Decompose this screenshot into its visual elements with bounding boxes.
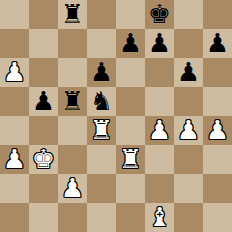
square-f7[interactable]: ♟: [145, 29, 174, 58]
piece-black-king-f8[interactable]: ♚: [148, 0, 171, 29]
square-d6[interactable]: ♟: [87, 58, 116, 87]
square-b1[interactable]: [29, 203, 58, 232]
chess-board: ♜♚♟♟♟♟♟♟♟♜♞♜♟♟♟♟♚♜♟♝: [0, 0, 232, 232]
square-h7[interactable]: ♟: [203, 29, 232, 58]
square-a6[interactable]: ♟: [0, 58, 29, 87]
piece-white-pawn-g4[interactable]: ♟: [177, 116, 200, 145]
piece-black-rook-c5[interactable]: ♜: [61, 87, 84, 116]
square-c1[interactable]: [58, 203, 87, 232]
square-b5[interactable]: ♟: [29, 87, 58, 116]
square-f1[interactable]: ♝: [145, 203, 174, 232]
square-g3[interactable]: [174, 145, 203, 174]
piece-white-king-b3[interactable]: ♚: [32, 145, 55, 174]
square-c2[interactable]: ♟: [58, 174, 87, 203]
square-b4[interactable]: [29, 116, 58, 145]
square-d5[interactable]: ♞: [87, 87, 116, 116]
square-g1[interactable]: [174, 203, 203, 232]
piece-black-pawn-b5[interactable]: ♟: [32, 87, 55, 116]
piece-white-rook-d4[interactable]: ♜: [90, 116, 113, 145]
square-b2[interactable]: [29, 174, 58, 203]
square-f2[interactable]: [145, 174, 174, 203]
square-g4[interactable]: ♟: [174, 116, 203, 145]
square-e8[interactable]: [116, 0, 145, 29]
square-d2[interactable]: [87, 174, 116, 203]
square-e7[interactable]: ♟: [116, 29, 145, 58]
piece-white-pawn-c2[interactable]: ♟: [61, 174, 84, 203]
piece-white-pawn-f4[interactable]: ♟: [148, 116, 171, 145]
square-h1[interactable]: [203, 203, 232, 232]
square-d8[interactable]: [87, 0, 116, 29]
square-d1[interactable]: [87, 203, 116, 232]
square-a5[interactable]: [0, 87, 29, 116]
square-b7[interactable]: [29, 29, 58, 58]
square-g7[interactable]: [174, 29, 203, 58]
square-d4[interactable]: ♜: [87, 116, 116, 145]
square-e4[interactable]: [116, 116, 145, 145]
square-e5[interactable]: [116, 87, 145, 116]
piece-white-pawn-a3[interactable]: ♟: [3, 145, 26, 174]
square-e6[interactable]: [116, 58, 145, 87]
square-c3[interactable]: [58, 145, 87, 174]
square-f5[interactable]: [145, 87, 174, 116]
piece-black-rook-c8[interactable]: ♜: [61, 0, 84, 29]
square-h8[interactable]: [203, 0, 232, 29]
square-f3[interactable]: [145, 145, 174, 174]
square-a7[interactable]: [0, 29, 29, 58]
piece-black-pawn-f7[interactable]: ♟: [148, 29, 171, 58]
square-a3[interactable]: ♟: [0, 145, 29, 174]
square-h2[interactable]: [203, 174, 232, 203]
square-h3[interactable]: [203, 145, 232, 174]
square-b8[interactable]: [29, 0, 58, 29]
square-g8[interactable]: [174, 0, 203, 29]
piece-black-pawn-g6[interactable]: ♟: [177, 58, 200, 87]
piece-black-pawn-h7[interactable]: ♟: [206, 29, 229, 58]
piece-white-pawn-h4[interactable]: ♟: [206, 116, 229, 145]
square-f6[interactable]: [145, 58, 174, 87]
square-f8[interactable]: ♚: [145, 0, 174, 29]
piece-white-rook-e3[interactable]: ♜: [119, 145, 142, 174]
square-c4[interactable]: [58, 116, 87, 145]
square-a1[interactable]: [0, 203, 29, 232]
square-h5[interactable]: [203, 87, 232, 116]
square-e2[interactable]: [116, 174, 145, 203]
piece-black-pawn-d6[interactable]: ♟: [90, 58, 113, 87]
square-g5[interactable]: [174, 87, 203, 116]
piece-black-pawn-e7[interactable]: ♟: [119, 29, 142, 58]
square-c7[interactable]: [58, 29, 87, 58]
square-f4[interactable]: ♟: [145, 116, 174, 145]
square-a8[interactable]: [0, 0, 29, 29]
piece-white-bishop-f1[interactable]: ♝: [148, 203, 171, 232]
piece-black-knight-d5[interactable]: ♞: [90, 87, 113, 116]
square-g2[interactable]: [174, 174, 203, 203]
square-b3[interactable]: ♚: [29, 145, 58, 174]
square-d3[interactable]: [87, 145, 116, 174]
square-c6[interactable]: [58, 58, 87, 87]
square-g6[interactable]: ♟: [174, 58, 203, 87]
piece-white-pawn-a6[interactable]: ♟: [3, 58, 26, 87]
square-h6[interactable]: [203, 58, 232, 87]
square-a2[interactable]: [0, 174, 29, 203]
square-e3[interactable]: ♜: [116, 145, 145, 174]
square-c5[interactable]: ♜: [58, 87, 87, 116]
square-c8[interactable]: ♜: [58, 0, 87, 29]
square-a4[interactable]: [0, 116, 29, 145]
square-d7[interactable]: [87, 29, 116, 58]
square-h4[interactable]: ♟: [203, 116, 232, 145]
square-b6[interactable]: [29, 58, 58, 87]
square-e1[interactable]: [116, 203, 145, 232]
